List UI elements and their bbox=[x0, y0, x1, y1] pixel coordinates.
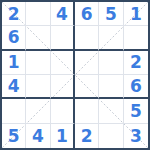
cell-r5c4[interactable] bbox=[75, 99, 99, 123]
cell-r6c1[interactable]: 5 bbox=[2, 124, 26, 148]
cell-r5c5[interactable] bbox=[99, 99, 123, 123]
cell-r6c2[interactable]: 4 bbox=[26, 124, 50, 148]
cell-r5c3[interactable] bbox=[51, 99, 75, 123]
sudoku-grid: 2465161246554123 bbox=[2, 2, 148, 148]
cell-r5c2[interactable] bbox=[26, 99, 50, 123]
cell-r4c4[interactable] bbox=[75, 75, 99, 99]
cell-r3c6[interactable]: 2 bbox=[124, 51, 148, 75]
cell-r1c2[interactable] bbox=[26, 2, 50, 26]
cell-r3c2[interactable] bbox=[26, 51, 50, 75]
cell-r1c1[interactable]: 2 bbox=[2, 2, 26, 26]
cell-r6c4[interactable]: 2 bbox=[75, 124, 99, 148]
cell-r1c5[interactable]: 5 bbox=[99, 2, 123, 26]
cell-r3c5[interactable] bbox=[99, 51, 123, 75]
cell-r4c1[interactable]: 4 bbox=[2, 75, 26, 99]
cell-r6c3[interactable]: 1 bbox=[51, 124, 75, 148]
cell-r1c6[interactable]: 1 bbox=[124, 2, 148, 26]
cell-r2c2[interactable] bbox=[26, 26, 50, 50]
cell-r1c3[interactable]: 4 bbox=[51, 2, 75, 26]
cell-r4c2[interactable] bbox=[26, 75, 50, 99]
cell-r5c6[interactable]: 5 bbox=[124, 99, 148, 123]
cell-r4c5[interactable] bbox=[99, 75, 123, 99]
cell-r5c1[interactable] bbox=[2, 99, 26, 123]
cell-r2c6[interactable] bbox=[124, 26, 148, 50]
cell-r3c1[interactable]: 1 bbox=[2, 51, 26, 75]
cell-r3c4[interactable] bbox=[75, 51, 99, 75]
cell-r6c6[interactable]: 3 bbox=[124, 124, 148, 148]
cell-r4c6[interactable]: 6 bbox=[124, 75, 148, 99]
cell-r4c3[interactable] bbox=[51, 75, 75, 99]
cell-r3c3[interactable] bbox=[51, 51, 75, 75]
cell-r2c4[interactable] bbox=[75, 26, 99, 50]
sudoku-board: 2465161246554123 bbox=[0, 0, 150, 150]
cell-r6c5[interactable] bbox=[99, 124, 123, 148]
cell-r2c1[interactable]: 6 bbox=[2, 26, 26, 50]
cell-r2c3[interactable] bbox=[51, 26, 75, 50]
cell-r2c5[interactable] bbox=[99, 26, 123, 50]
cell-r1c4[interactable]: 6 bbox=[75, 2, 99, 26]
